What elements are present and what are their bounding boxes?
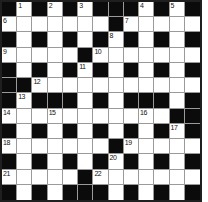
black-cell	[32, 185, 47, 200]
crossword-cell[interactable]	[139, 154, 154, 169]
black-cell	[63, 124, 78, 139]
black-cell	[2, 2, 17, 17]
crossword-cell[interactable]: 7	[124, 17, 139, 32]
crossword-cell[interactable]	[154, 78, 169, 93]
crossword-cell[interactable]	[48, 124, 63, 139]
crossword-cell[interactable]	[109, 185, 124, 200]
crossword-cell[interactable]	[93, 17, 108, 32]
black-cell	[154, 2, 169, 17]
black-cell	[32, 2, 47, 17]
crossword-cell[interactable]	[170, 154, 185, 169]
crossword-cell[interactable]	[63, 78, 78, 93]
crossword-cell[interactable]	[32, 170, 47, 185]
crossword-cell[interactable]	[78, 32, 93, 47]
crossword-cell[interactable]	[48, 48, 63, 63]
crossword-cell[interactable]	[78, 124, 93, 139]
crossword-cell[interactable]	[93, 109, 108, 124]
black-cell	[154, 124, 169, 139]
crossword-cell[interactable]	[17, 185, 32, 200]
clue-number: 9	[3, 48, 6, 56]
crossword-cell[interactable]	[32, 17, 47, 32]
crossword-cell[interactable]	[48, 32, 63, 47]
crossword-cell[interactable]	[48, 139, 63, 154]
page-margin	[202, 0, 208, 202]
black-cell	[2, 93, 17, 108]
crossword-cell[interactable]: 18	[2, 139, 17, 154]
black-cell	[124, 124, 139, 139]
black-cell	[63, 185, 78, 200]
clue-number: 21	[3, 170, 10, 178]
crossword-cell[interactable]	[170, 17, 185, 32]
black-cell	[17, 78, 32, 93]
crossword-cell[interactable]: 4	[139, 2, 154, 17]
crossword-grid: 12345678910111213141516171819202122	[0, 0, 202, 202]
crossword-cell[interactable]: 3	[78, 2, 93, 17]
black-cell	[63, 154, 78, 169]
crossword-cell[interactable]	[109, 48, 124, 63]
clue-number: 12	[33, 78, 40, 86]
crossword-cell[interactable]	[124, 78, 139, 93]
black-cell	[185, 2, 200, 17]
clue-number: 3	[79, 2, 82, 10]
black-cell	[32, 93, 47, 108]
crossword-cell[interactable]	[139, 32, 154, 47]
black-cell	[93, 93, 108, 108]
black-cell	[185, 32, 200, 47]
crossword-cell[interactable]	[32, 139, 47, 154]
crossword-cell[interactable]	[17, 32, 32, 47]
crossword-cell[interactable]	[139, 170, 154, 185]
black-cell	[32, 32, 47, 47]
crossword-cell[interactable]: 1	[17, 2, 32, 17]
crossword-cell[interactable]: 15	[48, 109, 63, 124]
black-cell	[63, 32, 78, 47]
black-cell	[93, 154, 108, 169]
crossword-cell[interactable]: 8	[109, 32, 124, 47]
black-cell	[2, 63, 17, 78]
crossword-cell[interactable]	[63, 48, 78, 63]
black-cell	[93, 32, 108, 47]
black-cell	[93, 185, 108, 200]
crossword-cell[interactable]	[78, 154, 93, 169]
crossword-cell[interactable]	[170, 93, 185, 108]
black-cell	[185, 124, 200, 139]
crossword-cell[interactable]: 5	[170, 2, 185, 17]
crossword-cell[interactable]	[154, 48, 169, 63]
crossword-cell[interactable]	[17, 154, 32, 169]
black-cell	[139, 93, 154, 108]
black-cell	[124, 93, 139, 108]
crossword-cell[interactable]	[48, 63, 63, 78]
clue-number: 15	[49, 109, 56, 117]
crossword-cell[interactable]	[63, 139, 78, 154]
crossword-cell[interactable]	[109, 93, 124, 108]
crossword-cell[interactable]	[17, 48, 32, 63]
crossword-cell[interactable]	[48, 170, 63, 185]
crossword-cell[interactable]: 14	[2, 109, 17, 124]
crossword-cell[interactable]: 19	[124, 139, 139, 154]
black-cell	[124, 185, 139, 200]
crossword-cell[interactable]	[139, 48, 154, 63]
crossword-cell[interactable]	[32, 109, 47, 124]
crossword-cell[interactable]	[17, 63, 32, 78]
black-cell	[185, 93, 200, 108]
crossword-cell[interactable]	[48, 154, 63, 169]
crossword-cell[interactable]	[139, 124, 154, 139]
black-cell	[93, 2, 108, 17]
crossword-cell[interactable]	[48, 78, 63, 93]
clue-number: 11	[79, 63, 85, 71]
crossword-cell[interactable]: 12	[32, 78, 47, 93]
clue-number: 1	[18, 2, 21, 10]
black-cell	[154, 32, 169, 47]
clue-number: 10	[94, 48, 101, 56]
crossword-cell[interactable]	[78, 78, 93, 93]
black-cell	[124, 32, 139, 47]
crossword-cell[interactable]	[124, 48, 139, 63]
crossword-cell[interactable]	[17, 109, 32, 124]
black-cell	[63, 63, 78, 78]
crossword-cell[interactable]	[63, 170, 78, 185]
black-cell	[63, 93, 78, 108]
crossword-cell[interactable]	[170, 32, 185, 47]
crossword-cell[interactable]	[124, 170, 139, 185]
black-cell	[78, 185, 93, 200]
crossword-cell[interactable]: 17	[170, 124, 185, 139]
black-cell	[78, 48, 93, 63]
crossword-cell[interactable]	[48, 17, 63, 32]
black-cell	[185, 109, 200, 124]
black-cell	[2, 154, 17, 169]
crossword-cell[interactable]	[139, 17, 154, 32]
black-cell	[154, 154, 169, 169]
crossword-cell[interactable]	[48, 185, 63, 200]
black-cell	[154, 63, 169, 78]
crossword-cell[interactable]	[63, 17, 78, 32]
black-cell	[32, 154, 47, 169]
crossword-cell[interactable]	[170, 139, 185, 154]
crossword-cell[interactable]: 9	[2, 48, 17, 63]
black-cell	[32, 124, 47, 139]
black-cell	[2, 124, 17, 139]
crossword-cell[interactable]	[78, 93, 93, 108]
crossword-cell[interactable]	[63, 109, 78, 124]
crossword-page: 12345678910111213141516171819202122	[0, 0, 208, 202]
black-cell	[124, 63, 139, 78]
crossword-cell[interactable]	[154, 17, 169, 32]
crossword-cell[interactable]	[170, 78, 185, 93]
crossword-cell[interactable]: 11	[78, 63, 93, 78]
black-cell	[93, 124, 108, 139]
clue-number: 16	[140, 109, 147, 117]
black-cell	[124, 154, 139, 169]
black-cell	[2, 78, 17, 93]
crossword-cell[interactable]	[170, 185, 185, 200]
crossword-cell[interactable]	[170, 170, 185, 185]
black-cell	[109, 2, 124, 17]
crossword-cell[interactable]	[78, 17, 93, 32]
black-cell	[32, 63, 47, 78]
black-cell	[63, 2, 78, 17]
crossword-cell[interactable]	[139, 78, 154, 93]
clue-number: 7	[125, 17, 128, 25]
crossword-cell[interactable]	[185, 48, 200, 63]
black-cell	[185, 154, 200, 169]
crossword-cell[interactable]	[170, 48, 185, 63]
crossword-cell[interactable]	[78, 139, 93, 154]
black-cell	[185, 185, 200, 200]
clue-number: 8	[110, 32, 113, 40]
black-cell	[124, 2, 139, 17]
black-cell	[170, 109, 185, 124]
black-cell	[2, 32, 17, 47]
crossword-cell[interactable]	[154, 170, 169, 185]
crossword-cell[interactable]: 21	[2, 170, 17, 185]
clue-number: 2	[49, 2, 52, 10]
crossword-cell[interactable]	[185, 78, 200, 93]
crossword-cell[interactable]	[17, 124, 32, 139]
crossword-cell[interactable]	[109, 124, 124, 139]
clue-number: 5	[171, 2, 174, 10]
black-cell	[109, 17, 124, 32]
black-cell	[78, 170, 93, 185]
crossword-cell[interactable]	[17, 17, 32, 32]
crossword-cell[interactable]	[32, 48, 47, 63]
crossword-cell[interactable]	[17, 139, 32, 154]
crossword-cell[interactable]	[124, 109, 139, 124]
crossword-cell[interactable]	[139, 185, 154, 200]
clue-number: 14	[3, 109, 10, 117]
crossword-cell[interactable]	[109, 109, 124, 124]
crossword-cell[interactable]	[93, 78, 108, 93]
clue-number: 6	[3, 17, 6, 25]
crossword-cell[interactable]: 20	[109, 154, 124, 169]
clue-number: 22	[94, 170, 101, 178]
clue-number: 4	[140, 2, 143, 10]
clue-number: 20	[110, 154, 117, 162]
crossword-cell[interactable]	[17, 170, 32, 185]
black-cell	[48, 93, 63, 108]
black-cell	[154, 185, 169, 200]
crossword-cell[interactable]	[154, 109, 169, 124]
crossword-cell[interactable]: 13	[17, 93, 32, 108]
black-cell	[2, 185, 17, 200]
crossword-cell[interactable]	[109, 78, 124, 93]
black-cell	[185, 63, 200, 78]
black-cell	[93, 63, 108, 78]
crossword-cell[interactable]	[185, 139, 200, 154]
black-cell	[154, 93, 169, 108]
crossword-cell[interactable]: 10	[93, 48, 108, 63]
crossword-cell[interactable]	[109, 63, 124, 78]
clue-number: 19	[125, 139, 132, 147]
crossword-cell[interactable]	[139, 63, 154, 78]
clue-number: 18	[3, 139, 10, 147]
crossword-cell[interactable]	[78, 109, 93, 124]
crossword-cell[interactable]	[154, 139, 169, 154]
clue-number: 17	[171, 124, 178, 132]
crossword-cell[interactable]: 2	[48, 2, 63, 17]
crossword-cell[interactable]	[185, 17, 200, 32]
crossword-cell[interactable]	[170, 63, 185, 78]
crossword-cell[interactable]	[139, 139, 154, 154]
crossword-cell[interactable]: 16	[139, 109, 154, 124]
crossword-cell[interactable]	[109, 170, 124, 185]
black-cell	[109, 139, 124, 154]
crossword-cell[interactable]	[185, 170, 200, 185]
clue-number: 13	[18, 93, 25, 101]
crossword-cell[interactable]	[93, 139, 108, 154]
crossword-cell[interactable]: 6	[2, 17, 17, 32]
crossword-cell[interactable]: 22	[93, 170, 108, 185]
